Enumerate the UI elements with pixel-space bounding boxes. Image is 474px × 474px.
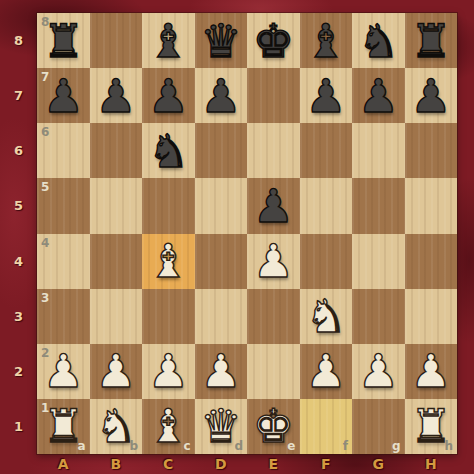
square-d5[interactable] [195,178,248,233]
square-e2[interactable] [247,344,300,399]
square-c1[interactable]: c♝ [142,399,195,454]
square-g2[interactable]: ♟ [352,344,405,399]
square-e8[interactable]: ♚ [247,13,300,68]
square-a5[interactable]: 5 [37,178,90,233]
piece-black-king[interactable]: ♚ [253,18,294,64]
square-c3[interactable] [142,289,195,344]
piece-white-pawn[interactable]: ♟ [43,348,84,394]
piece-white-king[interactable]: ♚ [253,403,294,449]
rank-label-3: 3 [0,289,37,344]
piece-black-pawn[interactable]: ♟ [43,73,84,119]
piece-white-knight[interactable]: ♞ [305,293,346,339]
square-c2[interactable]: ♟ [142,344,195,399]
piece-white-bishop[interactable]: ♝ [148,403,189,449]
square-e6[interactable] [247,123,300,178]
square-f1[interactable]: f [300,399,353,454]
piece-white-pawn[interactable]: ♟ [358,348,399,394]
square-b1[interactable]: b♞ [90,399,143,454]
file-label-a: A [37,454,90,474]
piece-black-bishop[interactable]: ♝ [148,18,189,64]
square-coordinate-rank: 3 [41,292,49,304]
piece-white-queen[interactable]: ♛ [200,403,241,449]
file-label-g: G [352,454,405,474]
piece-black-bishop[interactable]: ♝ [305,18,346,64]
piece-black-rook[interactable]: ♜ [410,18,451,64]
piece-white-rook[interactable]: ♜ [43,403,84,449]
piece-black-knight[interactable]: ♞ [148,128,189,174]
square-b2[interactable]: ♟ [90,344,143,399]
square-f7[interactable]: ♟ [300,68,353,123]
square-h7[interactable]: ♟ [405,68,458,123]
piece-white-bishop[interactable]: ♝ [148,238,189,284]
piece-black-pawn[interactable]: ♟ [200,73,241,119]
rank-label-5: 5 [0,178,37,233]
file-label-c: C [142,454,195,474]
rank-label-1: 1 [0,399,37,454]
square-e5[interactable]: ♟ [247,178,300,233]
square-h1[interactable]: h♜ [405,399,458,454]
border-file-labels: ABCDEFGH [37,454,457,474]
square-b4[interactable] [90,234,143,289]
rank-label-4: 4 [0,234,37,289]
file-label-b: B [90,454,143,474]
piece-black-pawn[interactable]: ♟ [358,73,399,119]
square-g5[interactable] [352,178,405,233]
piece-white-pawn[interactable]: ♟ [95,348,136,394]
square-d3[interactable] [195,289,248,344]
square-a1[interactable]: 1a♜ [37,399,90,454]
piece-black-pawn[interactable]: ♟ [305,73,346,119]
piece-white-pawn[interactable]: ♟ [253,238,294,284]
piece-white-pawn[interactable]: ♟ [148,348,189,394]
piece-black-knight[interactable]: ♞ [358,18,399,64]
board-frame: 87654321 8♜♝♛♚♝♞♜7♟♟♟♟♟♟♟6♞5♟4♝♟3♞2♟♟♟♟♟… [0,0,474,474]
square-g1[interactable]: g [352,399,405,454]
square-d1[interactable]: d♛ [195,399,248,454]
square-a7[interactable]: 7♟ [37,68,90,123]
square-g6[interactable] [352,123,405,178]
square-h6[interactable] [405,123,458,178]
square-b6[interactable] [90,123,143,178]
square-g8[interactable]: ♞ [352,13,405,68]
piece-white-pawn[interactable]: ♟ [200,348,241,394]
square-a2[interactable]: 2♟ [37,344,90,399]
square-c8[interactable]: ♝ [142,13,195,68]
square-coordinate-file: f [343,440,348,452]
piece-black-pawn[interactable]: ♟ [95,73,136,119]
square-b3[interactable] [90,289,143,344]
piece-black-pawn[interactable]: ♟ [148,73,189,119]
piece-white-pawn[interactable]: ♟ [305,348,346,394]
square-b7[interactable]: ♟ [90,68,143,123]
square-c7[interactable]: ♟ [142,68,195,123]
square-d8[interactable]: ♛ [195,13,248,68]
square-b5[interactable] [90,178,143,233]
square-a4[interactable]: 4 [37,234,90,289]
file-label-h: H [405,454,458,474]
piece-white-knight[interactable]: ♞ [95,403,136,449]
square-g4[interactable] [352,234,405,289]
square-f6[interactable] [300,123,353,178]
square-coordinate-rank: 5 [41,181,49,193]
square-f5[interactable] [300,178,353,233]
piece-black-rook[interactable]: ♜ [43,18,84,64]
square-c6[interactable]: ♞ [142,123,195,178]
square-d4[interactable] [195,234,248,289]
square-d6[interactable] [195,123,248,178]
border-rank-labels: 87654321 [0,13,37,454]
square-f3[interactable]: ♞ [300,289,353,344]
square-b8[interactable] [90,13,143,68]
piece-white-pawn[interactable]: ♟ [410,348,451,394]
rank-label-2: 2 [0,344,37,399]
square-f2[interactable]: ♟ [300,344,353,399]
square-h5[interactable] [405,178,458,233]
rank-label-8: 8 [0,13,37,68]
piece-black-pawn[interactable]: ♟ [410,73,451,119]
square-h2[interactable]: ♟ [405,344,458,399]
square-g3[interactable] [352,289,405,344]
chess-board[interactable]: 8♜♝♛♚♝♞♜7♟♟♟♟♟♟♟6♞5♟4♝♟3♞2♟♟♟♟♟♟♟1a♜b♞c♝… [37,13,457,454]
square-h4[interactable] [405,234,458,289]
piece-black-queen[interactable]: ♛ [200,18,241,64]
square-c4[interactable]: ♝ [142,234,195,289]
file-label-d: D [195,454,248,474]
square-g7[interactable]: ♟ [352,68,405,123]
square-a3[interactable]: 3 [37,289,90,344]
file-label-e: E [247,454,300,474]
square-d2[interactable]: ♟ [195,344,248,399]
piece-white-rook[interactable]: ♜ [410,403,451,449]
square-d7[interactable]: ♟ [195,68,248,123]
square-a8[interactable]: 8♜ [37,13,90,68]
rank-label-7: 7 [0,68,37,123]
square-f4[interactable] [300,234,353,289]
square-a6[interactable]: 6 [37,123,90,178]
square-h3[interactable] [405,289,458,344]
rank-label-6: 6 [0,123,37,178]
square-e4[interactable]: ♟ [247,234,300,289]
square-e7[interactable] [247,68,300,123]
square-f8[interactable]: ♝ [300,13,353,68]
piece-black-pawn[interactable]: ♟ [253,183,294,229]
file-label-f: F [300,454,353,474]
square-e1[interactable]: e♚ [247,399,300,454]
square-coordinate-file: g [392,440,401,452]
square-e3[interactable] [247,289,300,344]
square-c5[interactable] [142,178,195,233]
square-coordinate-rank: 4 [41,237,49,249]
square-h8[interactable]: ♜ [405,13,458,68]
square-coordinate-rank: 6 [41,126,49,138]
